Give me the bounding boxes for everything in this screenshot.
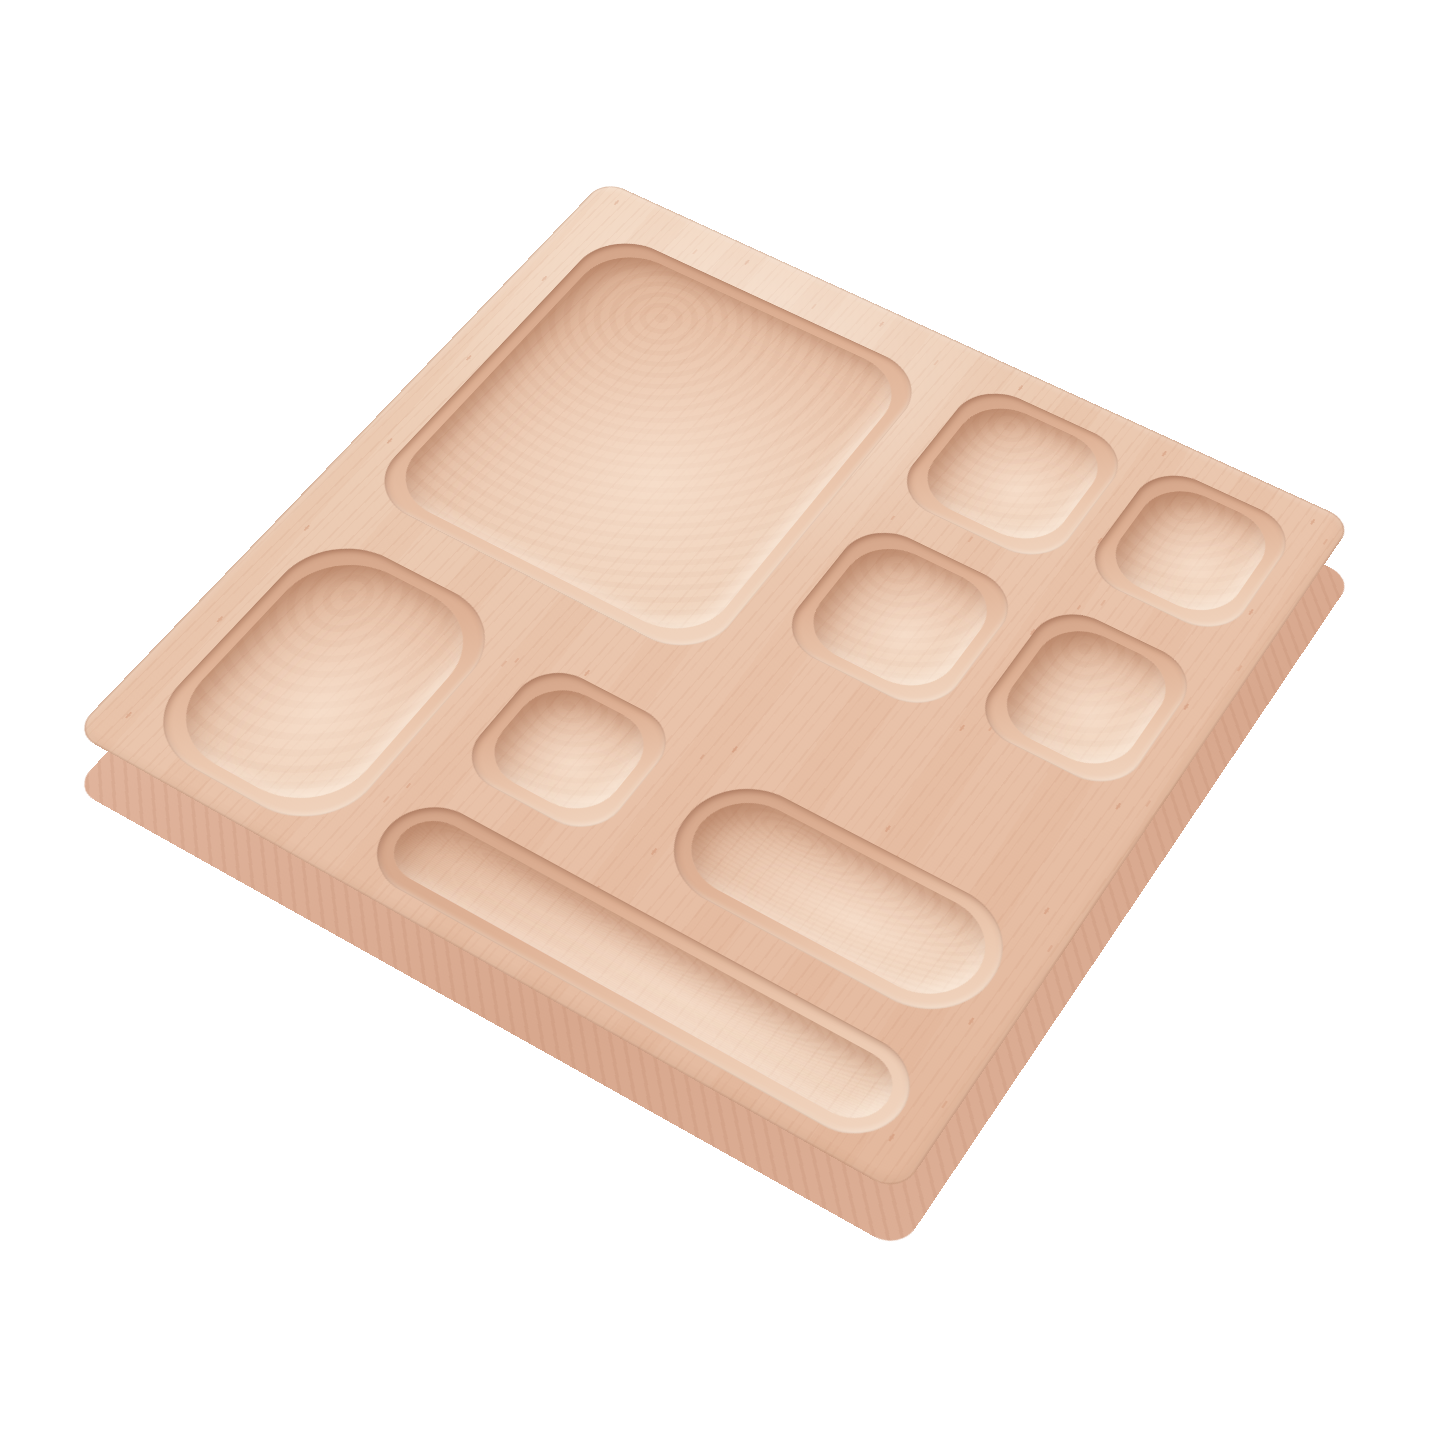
compartment-tall-rounded-rect-left[interactable] [132, 527, 514, 841]
compartment-small-square-mid-left[interactable] [773, 519, 1025, 718]
tray-top-face [73, 180, 1353, 1195]
compartment-small-square-top-left[interactable] [890, 381, 1135, 569]
compartment-small-square-center[interactable] [453, 659, 683, 842]
compartment-small-square-mid-right[interactable] [968, 601, 1204, 797]
product-photo-scene [0, 0, 1445, 1445]
compartment-small-square-top-right[interactable] [1079, 463, 1302, 641]
